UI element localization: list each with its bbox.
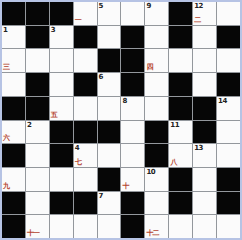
- across-clue-number-一: 一: [75, 17, 81, 24]
- cell-r8c1[interactable]: 九: [2, 168, 25, 191]
- cell-r4c3[interactable]: [50, 73, 73, 96]
- cell-r5c6[interactable]: 8: [121, 97, 144, 120]
- cell-r6c8[interactable]: 11: [169, 121, 192, 144]
- cell-r6c9-block: [193, 121, 216, 144]
- cell-r10c5[interactable]: [98, 215, 121, 238]
- cell-r2c8-block: [169, 26, 192, 49]
- cell-r9c2[interactable]: [26, 192, 49, 215]
- cell-r1c10[interactable]: [217, 2, 240, 25]
- cell-r2c7[interactable]: [145, 26, 168, 49]
- cell-r1c8-block: [169, 2, 192, 25]
- across-clue-number-八: 八: [170, 159, 176, 166]
- cell-r5c10[interactable]: 14: [217, 97, 240, 120]
- cell-r3c2[interactable]: [26, 49, 49, 72]
- cell-r9c8-block: [169, 192, 192, 215]
- cell-r9c5[interactable]: 7: [98, 192, 121, 215]
- cell-r8c10-block: [217, 168, 240, 191]
- cell-r9c10-block: [217, 192, 240, 215]
- down-clue-number-5: 5: [99, 3, 103, 10]
- cell-r6c2[interactable]: 2: [26, 121, 49, 144]
- cell-r5c9-block: [193, 97, 216, 120]
- cell-r2c10-block: [217, 26, 240, 49]
- cell-r6c10[interactable]: [217, 121, 240, 144]
- down-clue-number-10: 10: [146, 169, 155, 176]
- down-clue-number-3: 3: [51, 27, 55, 34]
- cell-r4c1[interactable]: [2, 73, 25, 96]
- down-clue-number-7: 7: [99, 193, 103, 200]
- cell-r4c9[interactable]: [193, 73, 216, 96]
- cell-r10c8[interactable]: [169, 215, 192, 238]
- cell-r1c1-block: [2, 2, 25, 25]
- crossword-grid: 一5912二13三四6五814六2114七八13九十107十一十二: [0, 0, 242, 240]
- down-clue-number-12: 12: [194, 3, 203, 10]
- cell-r5c5[interactable]: [98, 97, 121, 120]
- cell-r1c4[interactable]: 一: [74, 2, 97, 25]
- across-clue-number-六: 六: [3, 135, 9, 142]
- cell-r2c2-block: [26, 26, 49, 49]
- cell-r3c7[interactable]: 四: [145, 49, 168, 72]
- cell-r6c7-block: [145, 121, 168, 144]
- cell-r4c4-block: [74, 73, 97, 96]
- cell-r1c6[interactable]: [121, 2, 144, 25]
- cell-r4c6-block: [121, 73, 144, 96]
- cell-r8c7[interactable]: 10: [145, 168, 168, 191]
- across-clue-number-三: 三: [3, 64, 9, 71]
- cell-r8c5-block: [98, 168, 121, 191]
- cell-r6c3-block: [50, 121, 73, 144]
- cell-r9c4-block: [74, 192, 97, 215]
- cell-r2c6-block: [121, 26, 144, 49]
- across-clue-number-十: 十: [122, 183, 128, 190]
- cell-r10c9[interactable]: [193, 215, 216, 238]
- cell-r10c3[interactable]: [50, 215, 73, 238]
- cell-r2c1[interactable]: 1: [2, 26, 25, 49]
- cell-r8c6[interactable]: 十: [121, 168, 144, 191]
- cell-r10c7[interactable]: 十二: [145, 215, 168, 238]
- cell-r5c8-block: [169, 97, 192, 120]
- cell-r6c6[interactable]: [121, 121, 144, 144]
- cell-r3c3[interactable]: [50, 49, 73, 72]
- cell-r1c7[interactable]: 9: [145, 2, 168, 25]
- crossword-board: 一5912二13三四6五814六2114七八13九十107十一十二: [0, 0, 242, 240]
- cell-r7c7-block: [145, 144, 168, 167]
- down-clue-number-1: 1: [3, 27, 7, 34]
- across-clue-number-二: 二: [194, 17, 200, 24]
- cell-r3c5-block: [98, 49, 121, 72]
- cell-r4c5[interactable]: 6: [98, 73, 121, 96]
- cell-r2c4-block: [74, 26, 97, 49]
- cell-r2c5[interactable]: [98, 26, 121, 49]
- cell-r4c2-block: [26, 73, 49, 96]
- cell-r10c4[interactable]: [74, 215, 97, 238]
- cell-r7c9[interactable]: 13: [193, 144, 216, 167]
- cell-r1c9[interactable]: 12二: [193, 2, 216, 25]
- cell-r3c9[interactable]: [193, 49, 216, 72]
- cell-r9c3-block: [50, 192, 73, 215]
- cell-r6c1[interactable]: 六: [2, 121, 25, 144]
- cell-r9c1-block: [2, 192, 25, 215]
- cell-r8c9[interactable]: [193, 168, 216, 191]
- cell-r8c8-block: [169, 168, 192, 191]
- down-clue-number-4: 4: [75, 145, 79, 152]
- cell-r7c3-block: [50, 144, 73, 167]
- cell-r5c7[interactable]: [145, 97, 168, 120]
- cell-r1c3-block: [50, 2, 73, 25]
- cell-r10c2[interactable]: 十一: [26, 215, 49, 238]
- down-clue-number-8: 8: [122, 98, 126, 105]
- cell-r7c8[interactable]: 八: [169, 144, 192, 167]
- down-clue-number-13: 13: [194, 145, 203, 152]
- cell-r2c3[interactable]: 3: [50, 26, 73, 49]
- cell-r6c4-block: [74, 121, 97, 144]
- cell-r1c5[interactable]: 5: [98, 2, 121, 25]
- across-clue-number-十一: 十一: [27, 230, 39, 237]
- down-clue-number-14: 14: [218, 98, 227, 105]
- cell-r9c7[interactable]: [145, 192, 168, 215]
- cell-r2c9[interactable]: [193, 26, 216, 49]
- cell-r7c6[interactable]: [121, 144, 144, 167]
- cell-r10c6-block: [121, 215, 144, 238]
- cell-r7c5[interactable]: [98, 144, 121, 167]
- across-clue-number-七: 七: [75, 159, 81, 166]
- cell-r5c4[interactable]: [74, 97, 97, 120]
- cell-r8c2[interactable]: [26, 168, 49, 191]
- cell-r4c7[interactable]: [145, 73, 168, 96]
- across-clue-number-四: 四: [146, 64, 152, 71]
- down-clue-number-11: 11: [170, 122, 179, 129]
- cell-r5c3[interactable]: 五: [50, 97, 73, 120]
- cell-r8c4[interactable]: [74, 168, 97, 191]
- across-clue-number-五: 五: [51, 112, 57, 119]
- cell-r9c9[interactable]: [193, 192, 216, 215]
- cell-r3c8[interactable]: [169, 49, 192, 72]
- cell-r8c3[interactable]: [50, 168, 73, 191]
- cell-r4c10-block: [217, 73, 240, 96]
- across-clue-number-九: 九: [3, 183, 9, 190]
- down-clue-number-6: 6: [99, 74, 103, 81]
- cell-r3c1[interactable]: 三: [2, 49, 25, 72]
- cell-r10c10[interactable]: [217, 215, 240, 238]
- cell-r9c6-block: [121, 192, 144, 215]
- down-clue-number-9: 9: [146, 3, 150, 10]
- cell-r3c10[interactable]: [217, 49, 240, 72]
- cell-r5c1-block: [2, 97, 25, 120]
- down-clue-number-2: 2: [27, 122, 31, 129]
- across-clue-number-十二: 十二: [146, 230, 158, 237]
- cell-r7c10[interactable]: [217, 144, 240, 167]
- cell-r6c5-block: [98, 121, 121, 144]
- cell-r3c6-block: [121, 49, 144, 72]
- cell-r10c1-block: [2, 215, 25, 238]
- cell-r5c2-block: [26, 97, 49, 120]
- cell-r3c4[interactable]: [74, 49, 97, 72]
- cell-r7c4[interactable]: 4七: [74, 144, 97, 167]
- cell-r7c2[interactable]: [26, 144, 49, 167]
- cell-r1c2-block: [26, 2, 49, 25]
- cell-r4c8-block: [169, 73, 192, 96]
- cell-r7c1-block: [2, 144, 25, 167]
